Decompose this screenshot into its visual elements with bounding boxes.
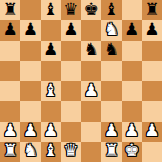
square-b1[interactable]: ♞ xyxy=(20,142,40,162)
square-d2[interactable] xyxy=(61,122,81,142)
square-b6[interactable] xyxy=(20,41,40,61)
square-h5[interactable] xyxy=(142,61,162,81)
square-a2[interactable]: ♟ xyxy=(0,122,20,142)
square-d8[interactable]: ♛ xyxy=(61,0,81,20)
square-c8[interactable]: ♝ xyxy=(41,0,61,20)
square-e3[interactable] xyxy=(81,101,101,121)
white-bishop[interactable]: ♝ xyxy=(43,82,58,99)
white-pawn[interactable]: ♟ xyxy=(43,122,58,139)
square-e1[interactable] xyxy=(81,142,101,162)
square-e2[interactable] xyxy=(81,122,101,142)
square-e8[interactable]: ♚ xyxy=(81,0,101,20)
square-a4[interactable] xyxy=(0,81,20,101)
white-queen[interactable]: ♛ xyxy=(63,142,78,159)
square-c5[interactable] xyxy=(41,61,61,81)
square-b5[interactable] xyxy=(20,61,40,81)
square-e5[interactable] xyxy=(81,61,101,81)
square-c7[interactable] xyxy=(41,20,61,40)
square-e4[interactable]: ♟ xyxy=(81,81,101,101)
square-a8[interactable]: ♜ xyxy=(0,0,20,20)
white-bishop[interactable]: ♝ xyxy=(43,142,58,159)
square-h6[interactable] xyxy=(142,41,162,61)
chess-board: ♜♝♛♚♝♜♟♟♟♞♟♟♟♞♞♝♟♟♟♟♟♟♟♜♞♝♛♜♚ xyxy=(0,0,162,162)
square-g3[interactable] xyxy=(122,101,142,121)
square-g7[interactable]: ♟ xyxy=(122,20,142,40)
white-knight[interactable]: ♞ xyxy=(23,142,38,159)
square-a7[interactable]: ♟ xyxy=(0,20,20,40)
square-g4[interactable] xyxy=(122,81,142,101)
square-b4[interactable] xyxy=(20,81,40,101)
square-h8[interactable]: ♜ xyxy=(142,0,162,20)
square-e6[interactable]: ♞ xyxy=(81,41,101,61)
black-rook[interactable]: ♜ xyxy=(144,1,159,18)
white-pawn[interactable]: ♟ xyxy=(3,122,18,139)
black-pawn[interactable]: ♟ xyxy=(144,21,159,38)
square-g1[interactable]: ♚ xyxy=(122,142,142,162)
square-f8[interactable]: ♝ xyxy=(101,0,121,20)
square-d4[interactable] xyxy=(61,81,81,101)
square-h1[interactable] xyxy=(142,142,162,162)
square-h3[interactable] xyxy=(142,101,162,121)
white-pawn[interactable]: ♟ xyxy=(124,122,139,139)
white-rook[interactable]: ♜ xyxy=(3,142,18,159)
square-c2[interactable]: ♟ xyxy=(41,122,61,142)
square-d5[interactable] xyxy=(61,61,81,81)
square-f2[interactable]: ♟ xyxy=(101,122,121,142)
black-pawn[interactable]: ♟ xyxy=(43,41,58,58)
square-f3[interactable] xyxy=(101,101,121,121)
square-c4[interactable]: ♝ xyxy=(41,81,61,101)
white-knight[interactable]: ♞ xyxy=(104,21,119,38)
square-d1[interactable]: ♛ xyxy=(61,142,81,162)
square-b8[interactable] xyxy=(20,0,40,20)
black-pawn[interactable]: ♟ xyxy=(63,21,78,38)
black-knight[interactable]: ♞ xyxy=(104,41,119,58)
square-d6[interactable] xyxy=(61,41,81,61)
black-rook[interactable]: ♜ xyxy=(3,1,18,18)
square-f4[interactable] xyxy=(101,81,121,101)
square-c1[interactable]: ♝ xyxy=(41,142,61,162)
black-pawn[interactable]: ♟ xyxy=(23,21,38,38)
black-queen[interactable]: ♛ xyxy=(63,1,78,18)
square-h2[interactable]: ♟ xyxy=(142,122,162,142)
square-d3[interactable] xyxy=(61,101,81,121)
square-f7[interactable]: ♞ xyxy=(101,20,121,40)
white-king[interactable]: ♚ xyxy=(124,142,139,159)
square-d7[interactable]: ♟ xyxy=(61,20,81,40)
square-a1[interactable]: ♜ xyxy=(0,142,20,162)
white-pawn[interactable]: ♟ xyxy=(23,122,38,139)
black-bishop[interactable]: ♝ xyxy=(43,1,58,18)
white-pawn[interactable]: ♟ xyxy=(84,82,99,99)
square-a3[interactable] xyxy=(0,101,20,121)
square-b3[interactable] xyxy=(20,101,40,121)
black-knight[interactable]: ♞ xyxy=(84,41,99,58)
square-a5[interactable] xyxy=(0,61,20,81)
square-g8[interactable] xyxy=(122,0,142,20)
square-c6[interactable]: ♟ xyxy=(41,41,61,61)
square-h4[interactable] xyxy=(142,81,162,101)
white-rook[interactable]: ♜ xyxy=(104,142,119,159)
white-pawn[interactable]: ♟ xyxy=(104,122,119,139)
black-king[interactable]: ♚ xyxy=(84,1,99,18)
square-b7[interactable]: ♟ xyxy=(20,20,40,40)
square-g5[interactable] xyxy=(122,61,142,81)
square-g6[interactable] xyxy=(122,41,142,61)
square-f6[interactable]: ♞ xyxy=(101,41,121,61)
square-g2[interactable]: ♟ xyxy=(122,122,142,142)
square-a6[interactable] xyxy=(0,41,20,61)
square-e7[interactable] xyxy=(81,20,101,40)
square-f5[interactable] xyxy=(101,61,121,81)
square-b2[interactable]: ♟ xyxy=(20,122,40,142)
square-c3[interactable] xyxy=(41,101,61,121)
black-bishop[interactable]: ♝ xyxy=(104,1,119,18)
square-h7[interactable]: ♟ xyxy=(142,20,162,40)
black-pawn[interactable]: ♟ xyxy=(3,21,18,38)
black-pawn[interactable]: ♟ xyxy=(124,21,139,38)
white-pawn[interactable]: ♟ xyxy=(144,122,159,139)
square-f1[interactable]: ♜ xyxy=(101,142,121,162)
